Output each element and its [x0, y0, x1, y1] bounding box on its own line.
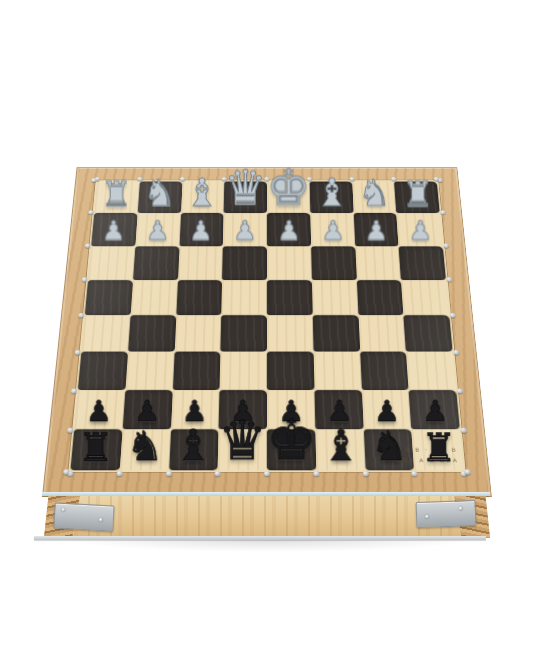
photo-background: ♜♞♝♛♚♝♞♜♟♟♟♟♟♟♟♟♟♟♟♟♟♟♟♟♜♞♝♛♚♝♞♜ 8 B · 7… — [0, 0, 533, 666]
white-rook[interactable]: ♜ — [101, 178, 132, 211]
white-pawn[interactable]: ♟ — [321, 218, 345, 243]
white-bishop[interactable]: ♝ — [185, 174, 219, 210]
square-r6c8[interactable] — [406, 352, 456, 390]
white-king[interactable]: ♚ — [266, 164, 310, 211]
bracket-screw — [459, 506, 463, 510]
square-r3c1[interactable] — [88, 246, 135, 280]
square-r6c1[interactable] — [78, 352, 128, 390]
white-knight[interactable]: ♞ — [358, 176, 391, 211]
square-r5c3[interactable] — [174, 315, 221, 352]
black-knight[interactable]: ♞ — [126, 427, 163, 466]
black-pawn[interactable]: ♟ — [422, 398, 448, 426]
black-bishop[interactable]: ♝ — [174, 425, 213, 466]
square-r7c1[interactable]: ♟ — [74, 390, 125, 429]
square-r1c8[interactable]: ♜ — [394, 182, 439, 214]
square-r8c5[interactable]: ♚ — [267, 429, 316, 470]
bracket-screw — [425, 515, 429, 519]
screw — [88, 210, 94, 214]
white-knight[interactable]: ♞ — [143, 176, 176, 211]
square-r3c3[interactable] — [178, 246, 224, 280]
square-r1c1[interactable]: ♜ — [94, 182, 139, 214]
board-grid: ♜♞♝♛♚♝♞♜♟♟♟♟♟♟♟♟♟♟♟♟♟♟♟♟♜♞♝♛♚♝♞♜ — [70, 182, 463, 471]
square-r1c5[interactable]: ♚ — [267, 182, 310, 214]
white-bishop[interactable]: ♝ — [315, 174, 349, 210]
square-r4c3[interactable] — [176, 280, 222, 315]
square-r3c6[interactable] — [311, 246, 357, 280]
screw — [443, 243, 449, 247]
black-knight[interactable]: ♞ — [371, 427, 408, 466]
square-r3c5[interactable] — [267, 246, 312, 280]
square-r5c6[interactable] — [313, 315, 360, 352]
white-rook[interactable]: ♜ — [402, 178, 433, 211]
white-pawn[interactable]: ♟ — [409, 218, 433, 243]
screw — [137, 177, 142, 181]
screw — [116, 471, 122, 476]
bracket-screw — [61, 508, 65, 512]
black-rook[interactable]: ♜ — [78, 429, 113, 466]
square-r4c6[interactable] — [312, 280, 358, 315]
square-r8c2[interactable]: ♞ — [120, 429, 171, 470]
square-r4c8[interactable] — [401, 280, 449, 315]
square-r3c7[interactable] — [355, 246, 401, 280]
white-pawn[interactable]: ♟ — [145, 218, 169, 243]
square-r8c7[interactable]: ♞ — [363, 429, 414, 470]
black-rook[interactable]: ♜ — [421, 429, 456, 466]
white-queen[interactable]: ♛ — [224, 165, 267, 210]
square-r1c3[interactable]: ♝ — [181, 182, 225, 214]
acrylic-edge — [42, 492, 490, 496]
metal-bracket-left — [53, 502, 114, 531]
screw — [440, 210, 446, 214]
white-pawn[interactable]: ♟ — [277, 218, 301, 243]
square-r3c4[interactable] — [222, 246, 267, 280]
screw — [434, 177, 439, 181]
square-r1c2[interactable]: ♞ — [137, 182, 182, 214]
square-r5c5[interactable] — [267, 315, 313, 352]
box-front-side — [44, 496, 490, 538]
white-pawn[interactable]: ♟ — [233, 218, 257, 243]
square-r5c7[interactable] — [358, 315, 406, 352]
square-r1c4[interactable]: ♛ — [224, 182, 267, 214]
board-top: ♜♞♝♛♚♝♞♜♟♟♟♟♟♟♟♟♟♟♟♟♟♟♟♟♜♞♝♛♚♝♞♜ 8 B · 7… — [42, 167, 492, 497]
white-pawn[interactable]: ♟ — [365, 218, 389, 243]
square-r3c2[interactable] — [133, 246, 179, 280]
white-pawn[interactable]: ♟ — [102, 218, 126, 243]
screw — [85, 243, 91, 247]
square-r6c6[interactable] — [313, 352, 361, 390]
black-pawn[interactable]: ♟ — [86, 398, 112, 426]
screw — [264, 471, 270, 476]
square-r8c1[interactable]: ♜ — [70, 429, 122, 470]
screw — [349, 177, 354, 181]
square-r4c4[interactable] — [221, 280, 267, 315]
black-king[interactable]: ♚ — [266, 413, 316, 466]
square-r1c7[interactable]: ♞ — [352, 182, 397, 214]
square-r6c5[interactable] — [267, 352, 314, 390]
screw — [313, 471, 319, 476]
square-r6c3[interactable] — [172, 352, 220, 390]
square-r5c4[interactable] — [221, 315, 267, 352]
square-r1c6[interactable]: ♝ — [309, 182, 353, 214]
square-r6c7[interactable] — [360, 352, 409, 390]
black-bishop[interactable]: ♝ — [321, 425, 360, 466]
square-r4c5[interactable] — [267, 280, 313, 315]
screw — [362, 471, 368, 476]
square-r8c4[interactable]: ♛ — [218, 429, 267, 470]
square-r5c2[interactable] — [128, 315, 176, 352]
square-r6c2[interactable] — [125, 352, 174, 390]
square-r8c3[interactable]: ♝ — [169, 429, 219, 470]
square-r4c7[interactable] — [356, 280, 403, 315]
square-r5c1[interactable] — [81, 315, 130, 352]
square-r4c2[interactable] — [130, 280, 177, 315]
square-r4c1[interactable] — [85, 280, 133, 315]
metal-bracket-right — [416, 500, 477, 528]
square-r5c8[interactable] — [404, 315, 453, 352]
square-r3c8[interactable] — [399, 246, 446, 280]
square-r7c8[interactable]: ♟ — [409, 390, 460, 429]
black-queen[interactable]: ♛ — [218, 415, 267, 467]
bracket-screw — [99, 518, 103, 522]
screw — [165, 471, 171, 476]
white-pawn[interactable]: ♟ — [189, 218, 213, 243]
square-r8c6[interactable]: ♝ — [315, 429, 365, 470]
square-r6c4[interactable] — [220, 352, 267, 390]
drop-shadow — [70, 540, 470, 552]
